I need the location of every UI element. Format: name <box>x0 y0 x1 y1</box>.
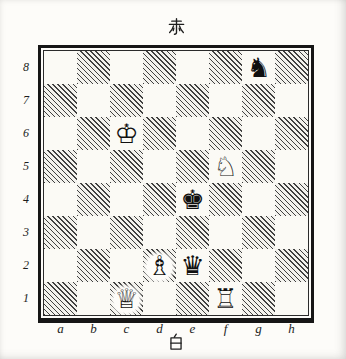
chessboard-frame: ♞♔♘♚♗♛♕♖ <box>38 45 314 321</box>
square-h8[interactable] <box>275 51 308 84</box>
piece-black-queen[interactable]: ♛ <box>176 249 209 282</box>
square-g6[interactable] <box>242 117 275 150</box>
square-a3[interactable] <box>44 216 77 249</box>
square-e4[interactable]: ♚ <box>176 183 209 216</box>
piece-white-king[interactable]: ♔ <box>110 117 143 150</box>
square-c2[interactable] <box>110 249 143 282</box>
square-d3[interactable] <box>143 216 176 249</box>
square-a5[interactable] <box>44 150 77 183</box>
square-d2[interactable]: ♗ <box>143 249 176 282</box>
square-e6[interactable] <box>176 117 209 150</box>
square-f3[interactable] <box>209 216 242 249</box>
square-c8[interactable] <box>110 51 143 84</box>
rank-label-6: 6 <box>18 117 34 150</box>
square-b6[interactable] <box>77 117 110 150</box>
square-d4[interactable] <box>143 183 176 216</box>
square-h1[interactable] <box>275 282 308 315</box>
piece-white-knight[interactable]: ♘ <box>209 150 242 183</box>
square-h5[interactable] <box>275 150 308 183</box>
square-h3[interactable] <box>275 216 308 249</box>
rank-label-2: 2 <box>18 249 34 282</box>
square-b1[interactable] <box>77 282 110 315</box>
square-c4[interactable] <box>110 183 143 216</box>
chessboard: ♞♔♘♚♗♛♕♖ <box>44 51 308 315</box>
square-b3[interactable] <box>77 216 110 249</box>
square-g8[interactable]: ♞ <box>242 51 275 84</box>
square-a6[interactable] <box>44 117 77 150</box>
rank-label-5: 5 <box>18 150 34 183</box>
bottom-side-label: 白 <box>38 332 314 352</box>
square-g1[interactable] <box>242 282 275 315</box>
square-d8[interactable] <box>143 51 176 84</box>
piece-black-king[interactable]: ♚ <box>176 183 209 216</box>
square-c1[interactable]: ♕ <box>110 282 143 315</box>
square-g5[interactable] <box>242 150 275 183</box>
square-c5[interactable] <box>110 150 143 183</box>
square-b7[interactable] <box>77 84 110 117</box>
rank-labels: 87654321 <box>18 51 34 315</box>
rank-label-4: 4 <box>18 183 34 216</box>
square-h7[interactable] <box>275 84 308 117</box>
square-e2[interactable]: ♛ <box>176 249 209 282</box>
square-d5[interactable] <box>143 150 176 183</box>
square-a1[interactable] <box>44 282 77 315</box>
square-c7[interactable] <box>110 84 143 117</box>
square-f4[interactable] <box>209 183 242 216</box>
square-f5[interactable]: ♘ <box>209 150 242 183</box>
piece-white-bishop[interactable]: ♗ <box>143 249 176 282</box>
square-d1[interactable] <box>143 282 176 315</box>
square-b4[interactable] <box>77 183 110 216</box>
kanji-aka-red-icon <box>167 17 186 36</box>
square-b5[interactable] <box>77 150 110 183</box>
piece-black-knight[interactable]: ♞ <box>242 51 275 84</box>
square-f2[interactable] <box>209 249 242 282</box>
rank-label-7: 7 <box>18 84 34 117</box>
square-d6[interactable] <box>143 117 176 150</box>
square-h6[interactable] <box>275 117 308 150</box>
square-a8[interactable] <box>44 51 77 84</box>
rank-label-8: 8 <box>18 51 34 84</box>
square-g2[interactable] <box>242 249 275 282</box>
piece-white-queen[interactable]: ♕ <box>110 282 143 315</box>
square-c6[interactable]: ♔ <box>110 117 143 150</box>
square-f8[interactable] <box>209 51 242 84</box>
square-b2[interactable] <box>77 249 110 282</box>
square-f6[interactable] <box>209 117 242 150</box>
chessboard-inner-border: ♞♔♘♚♗♛♕♖ <box>43 50 309 316</box>
square-g4[interactable] <box>242 183 275 216</box>
square-b8[interactable] <box>77 51 110 84</box>
square-c3[interactable] <box>110 216 143 249</box>
rank-label-3: 3 <box>18 216 34 249</box>
rank-label-1: 1 <box>18 282 34 315</box>
square-e3[interactable] <box>176 216 209 249</box>
kanji-shiro-white-icon <box>167 333 185 351</box>
square-e7[interactable] <box>176 84 209 117</box>
square-e8[interactable] <box>176 51 209 84</box>
square-e1[interactable] <box>176 282 209 315</box>
square-g7[interactable] <box>242 84 275 117</box>
square-f7[interactable] <box>209 84 242 117</box>
square-a7[interactable] <box>44 84 77 117</box>
square-h4[interactable] <box>275 183 308 216</box>
square-a4[interactable] <box>44 183 77 216</box>
square-d7[interactable] <box>143 84 176 117</box>
square-h2[interactable] <box>275 249 308 282</box>
square-g3[interactable] <box>242 216 275 249</box>
square-a2[interactable] <box>44 249 77 282</box>
book-page: 赤 87654321 ♞♔♘♚♗♛♕♖ abcdefgh 白 <box>0 0 346 359</box>
square-f1[interactable]: ♖ <box>209 282 242 315</box>
top-side-label: 赤 <box>38 16 314 36</box>
square-e5[interactable] <box>176 150 209 183</box>
piece-white-rook[interactable]: ♖ <box>209 282 242 315</box>
